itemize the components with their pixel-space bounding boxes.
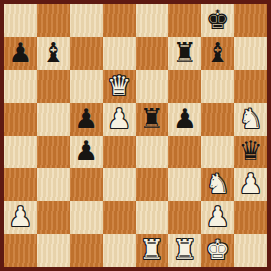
square-c7[interactable]: [70, 37, 103, 70]
black-bishop: ♝: [206, 39, 230, 66]
white-rook: ♜: [140, 236, 164, 263]
square-h4[interactable]: ♛: [234, 136, 267, 169]
square-f4[interactable]: [168, 136, 201, 169]
square-c1[interactable]: [70, 234, 103, 267]
white-queen: ♛: [107, 72, 131, 99]
white-king: ♚: [206, 236, 230, 263]
square-g8[interactable]: ♚: [201, 4, 234, 37]
black-queen: ♛: [238, 137, 262, 164]
square-g2[interactable]: ♟: [201, 201, 234, 234]
white-pawn: ♟: [107, 105, 131, 132]
square-f3[interactable]: [168, 168, 201, 201]
black-rook: ♜: [173, 39, 197, 66]
black-pawn: ♟: [8, 39, 32, 66]
square-e2[interactable]: [136, 201, 169, 234]
square-b1[interactable]: [37, 234, 70, 267]
square-b6[interactable]: [37, 70, 70, 103]
square-b7[interactable]: ♝: [37, 37, 70, 70]
square-b4[interactable]: [37, 136, 70, 169]
square-a7[interactable]: ♟: [4, 37, 37, 70]
square-a6[interactable]: [4, 70, 37, 103]
square-c5[interactable]: ♟: [70, 103, 103, 136]
square-e8[interactable]: [136, 4, 169, 37]
square-f1[interactable]: ♜: [168, 234, 201, 267]
square-f5[interactable]: ♟: [168, 103, 201, 136]
chess-board: ♚♟♝♜♝♛♟♟♜♟♞♟♛♞♟♟♟♜♜♚: [4, 4, 267, 267]
square-d1[interactable]: [103, 234, 136, 267]
square-c3[interactable]: [70, 168, 103, 201]
square-c8[interactable]: [70, 4, 103, 37]
square-d2[interactable]: [103, 201, 136, 234]
square-e6[interactable]: [136, 70, 169, 103]
square-b3[interactable]: [37, 168, 70, 201]
square-h3[interactable]: ♟: [234, 168, 267, 201]
square-g3[interactable]: ♞: [201, 168, 234, 201]
square-g1[interactable]: ♚: [201, 234, 234, 267]
white-pawn: ♟: [206, 203, 230, 230]
chess-board-frame: ♚♟♝♜♝♛♟♟♜♟♞♟♛♞♟♟♟♜♜♚: [0, 0, 271, 271]
square-f2[interactable]: [168, 201, 201, 234]
black-pawn: ♟: [74, 105, 98, 132]
square-d5[interactable]: ♟: [103, 103, 136, 136]
square-c6[interactable]: [70, 70, 103, 103]
square-d4[interactable]: [103, 136, 136, 169]
square-h2[interactable]: [234, 201, 267, 234]
square-h5[interactable]: ♞: [234, 103, 267, 136]
square-g7[interactable]: ♝: [201, 37, 234, 70]
square-e7[interactable]: [136, 37, 169, 70]
square-b8[interactable]: [37, 4, 70, 37]
square-g4[interactable]: [201, 136, 234, 169]
square-g6[interactable]: [201, 70, 234, 103]
white-knight: ♞: [238, 105, 262, 132]
square-a4[interactable]: [4, 136, 37, 169]
square-h8[interactable]: [234, 4, 267, 37]
square-h1[interactable]: [234, 234, 267, 267]
black-pawn: ♟: [173, 105, 197, 132]
square-f7[interactable]: ♜: [168, 37, 201, 70]
white-pawn: ♟: [8, 203, 32, 230]
square-h7[interactable]: [234, 37, 267, 70]
square-b2[interactable]: [37, 201, 70, 234]
square-d6[interactable]: ♛: [103, 70, 136, 103]
square-b5[interactable]: [37, 103, 70, 136]
square-c2[interactable]: [70, 201, 103, 234]
square-f8[interactable]: [168, 4, 201, 37]
square-a5[interactable]: [4, 103, 37, 136]
square-e5[interactable]: ♜: [136, 103, 169, 136]
square-a8[interactable]: [4, 4, 37, 37]
black-pawn: ♟: [74, 137, 98, 164]
black-king: ♚: [206, 6, 230, 33]
square-f6[interactable]: [168, 70, 201, 103]
white-knight: ♞: [206, 170, 230, 197]
white-pawn: ♟: [238, 170, 262, 197]
square-d7[interactable]: [103, 37, 136, 70]
square-c4[interactable]: ♟: [70, 136, 103, 169]
square-a1[interactable]: [4, 234, 37, 267]
square-d8[interactable]: [103, 4, 136, 37]
white-rook: ♜: [173, 236, 197, 263]
square-h6[interactable]: [234, 70, 267, 103]
black-rook: ♜: [140, 105, 164, 132]
square-a2[interactable]: ♟: [4, 201, 37, 234]
square-e1[interactable]: ♜: [136, 234, 169, 267]
square-g5[interactable]: [201, 103, 234, 136]
square-e4[interactable]: [136, 136, 169, 169]
black-bishop: ♝: [41, 39, 65, 66]
square-a3[interactable]: [4, 168, 37, 201]
square-d3[interactable]: [103, 168, 136, 201]
square-e3[interactable]: [136, 168, 169, 201]
